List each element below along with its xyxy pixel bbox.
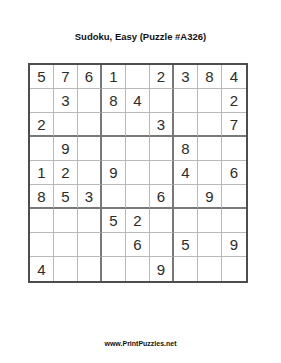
cell-r5c5[interactable] [126,161,150,185]
cell-r9c4[interactable] [102,257,126,281]
cell-r1c3[interactable]: 6 [78,65,102,89]
cell-r4c1[interactable] [30,137,54,161]
cell-r9c3[interactable] [78,257,102,281]
cell-r5c2[interactable]: 2 [54,161,78,185]
cell-r6c5[interactable] [126,185,150,209]
cell-r1c2[interactable]: 7 [54,65,78,89]
cell-r5c9[interactable]: 6 [222,161,246,185]
cell-r7c5[interactable]: 2 [126,209,150,233]
cell-r5c7[interactable]: 4 [174,161,198,185]
cell-r2c9[interactable]: 2 [222,89,246,113]
cell-r2c2[interactable]: 3 [54,89,78,113]
cell-r6c6[interactable]: 6 [150,185,174,209]
cell-r2c1[interactable] [30,89,54,113]
cell-r5c3[interactable] [78,161,102,185]
cell-r9c5[interactable] [126,257,150,281]
cell-r4c9[interactable] [222,137,246,161]
cell-r8c6[interactable] [150,233,174,257]
cell-r4c6[interactable] [150,137,174,161]
cell-r6c2[interactable]: 5 [54,185,78,209]
cell-r3c7[interactable] [174,113,198,137]
cell-r8c1[interactable] [30,233,54,257]
sudoku-grid: 5761238438422379812946853695265949 [28,63,248,283]
cell-r6c3[interactable]: 3 [78,185,102,209]
cell-r7c2[interactable] [54,209,78,233]
cell-r1c7[interactable]: 3 [174,65,198,89]
cell-r5c4[interactable]: 9 [102,161,126,185]
cell-r2c8[interactable] [198,89,222,113]
cell-r8c9[interactable]: 9 [222,233,246,257]
cell-r1c1[interactable]: 5 [30,65,54,89]
cell-r5c6[interactable] [150,161,174,185]
cell-r6c4[interactable] [102,185,126,209]
cell-r4c3[interactable] [78,137,102,161]
cell-r3c5[interactable] [126,113,150,137]
footer-url: www.PrintPuzzles.net [0,340,281,347]
cell-r4c7[interactable]: 8 [174,137,198,161]
cell-r3c9[interactable]: 7 [222,113,246,137]
cell-r9c8[interactable] [198,257,222,281]
cell-r7c8[interactable] [198,209,222,233]
cell-r7c6[interactable] [150,209,174,233]
cell-r4c8[interactable] [198,137,222,161]
cell-r7c1[interactable] [30,209,54,233]
cell-r1c8[interactable]: 8 [198,65,222,89]
cell-r3c1[interactable]: 2 [30,113,54,137]
cell-r9c7[interactable] [174,257,198,281]
cell-r2c3[interactable] [78,89,102,113]
cell-r1c4[interactable]: 1 [102,65,126,89]
cell-r8c7[interactable]: 5 [174,233,198,257]
cell-r6c1[interactable]: 8 [30,185,54,209]
cell-r1c5[interactable] [126,65,150,89]
cell-r4c4[interactable] [102,137,126,161]
cell-r2c6[interactable] [150,89,174,113]
cell-r2c5[interactable]: 4 [126,89,150,113]
cell-r3c8[interactable] [198,113,222,137]
cell-r8c5[interactable]: 6 [126,233,150,257]
cell-r1c6[interactable]: 2 [150,65,174,89]
cell-r9c6[interactable]: 9 [150,257,174,281]
cell-r8c8[interactable] [198,233,222,257]
page-title: Sudoku, Easy (Puzzle #A326) [0,31,281,42]
cell-r5c1[interactable]: 1 [30,161,54,185]
cell-r4c2[interactable]: 9 [54,137,78,161]
cell-r7c4[interactable]: 5 [102,209,126,233]
cell-r9c1[interactable]: 4 [30,257,54,281]
cell-r1c9[interactable]: 4 [222,65,246,89]
cell-r4c5[interactable] [126,137,150,161]
cell-r7c3[interactable] [78,209,102,233]
cell-r8c2[interactable] [54,233,78,257]
cell-r6c7[interactable] [174,185,198,209]
cell-r3c4[interactable] [102,113,126,137]
cell-r3c3[interactable] [78,113,102,137]
cell-r3c2[interactable] [54,113,78,137]
cell-r6c9[interactable] [222,185,246,209]
cell-r3c6[interactable]: 3 [150,113,174,137]
cell-r8c3[interactable] [78,233,102,257]
cell-r9c9[interactable] [222,257,246,281]
cell-r7c7[interactable] [174,209,198,233]
cell-r6c8[interactable]: 9 [198,185,222,209]
cell-r7c9[interactable] [222,209,246,233]
cell-r2c7[interactable] [174,89,198,113]
cell-r2c4[interactable]: 8 [102,89,126,113]
cell-r5c8[interactable] [198,161,222,185]
cell-r9c2[interactable] [54,257,78,281]
cell-r8c4[interactable] [102,233,126,257]
